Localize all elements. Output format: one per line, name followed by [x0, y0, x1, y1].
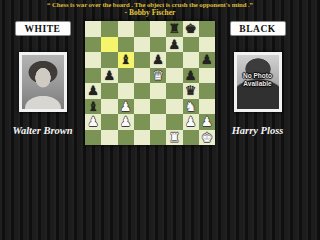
square-d2[interactable] [134, 114, 150, 130]
square-d1[interactable] [134, 130, 150, 146]
square-f2[interactable] [166, 114, 182, 130]
square-g2[interactable]: ♟ [183, 114, 199, 130]
square-a7[interactable] [85, 37, 101, 53]
white-pawn-piece: ♟ [87, 115, 99, 128]
black-pawn-piece: ♟ [185, 69, 197, 82]
square-c5[interactable] [118, 68, 134, 84]
white-pawn-piece: ♟ [201, 115, 213, 128]
square-e6[interactable]: ♟ [150, 52, 166, 68]
square-a1[interactable] [85, 130, 101, 146]
square-h8[interactable] [199, 21, 215, 37]
black-player-panel: BLACK No Photo Available Harry Ploss [215, 19, 300, 168]
square-d7[interactable] [134, 37, 150, 53]
white-pawn-piece: ♟ [185, 115, 197, 128]
white-knight-piece: ♞ [185, 100, 197, 113]
black-pawn-piece: ♟ [87, 84, 99, 97]
square-h2[interactable]: ♟ [199, 114, 215, 130]
square-h7[interactable] [199, 37, 215, 53]
square-g3[interactable]: ♞ [183, 99, 199, 115]
black-pawn-piece: ♟ [169, 38, 181, 51]
white-player-name: Walter Brown [12, 124, 74, 139]
square-a8[interactable] [85, 21, 101, 37]
square-g1[interactable] [183, 130, 199, 146]
square-b4[interactable] [101, 83, 117, 99]
square-d8[interactable] [134, 21, 150, 37]
square-c4[interactable] [118, 83, 134, 99]
white-side-label: WHITE [15, 21, 71, 36]
square-e7[interactable] [150, 37, 166, 53]
black-player-photo: No Photo Available [234, 52, 282, 112]
square-f6[interactable] [166, 52, 182, 68]
square-b1[interactable] [101, 130, 117, 146]
square-h5[interactable] [199, 68, 215, 84]
white-player-photo [19, 52, 67, 112]
square-f1[interactable]: ♜ [166, 130, 182, 146]
quote-banner: “ Chess is war over the board . The obje… [0, 0, 300, 19]
black-side-label: BLACK [230, 21, 286, 36]
square-e1[interactable] [150, 130, 166, 146]
black-pawn-piece: ♟ [104, 69, 116, 82]
square-h6[interactable]: ♟ [199, 52, 215, 68]
square-e5[interactable]: ♛ [150, 68, 166, 84]
square-e4[interactable] [150, 83, 166, 99]
square-a2[interactable]: ♟ [85, 114, 101, 130]
square-h3[interactable] [199, 99, 215, 115]
square-b2[interactable] [101, 114, 117, 130]
black-bishop-piece: ♝ [87, 100, 99, 113]
black-pawn-piece: ♟ [201, 53, 213, 66]
white-queen-piece: ♛ [152, 69, 164, 82]
white-king-piece: ♚ [201, 131, 213, 144]
square-b3[interactable] [101, 99, 117, 115]
square-a5[interactable] [85, 68, 101, 84]
square-f3[interactable] [166, 99, 182, 115]
no-photo-text: No Photo Available [237, 72, 279, 87]
white-pawn-piece: ♟ [120, 100, 132, 113]
square-g8[interactable]: ♚ [183, 21, 199, 37]
square-d6[interactable] [134, 52, 150, 68]
square-d4[interactable] [134, 83, 150, 99]
square-g6[interactable] [183, 52, 199, 68]
white-rook-piece: ♜ [169, 131, 181, 144]
square-f8[interactable]: ♜ [166, 21, 182, 37]
square-b7[interactable] [101, 37, 117, 53]
square-c7[interactable] [118, 37, 134, 53]
quote-attribution: - Bobby Fischer [0, 9, 300, 17]
black-pawn-piece: ♟ [152, 53, 164, 66]
square-b5[interactable]: ♟ [101, 68, 117, 84]
square-h4[interactable] [199, 83, 215, 99]
square-d3[interactable] [134, 99, 150, 115]
square-e8[interactable] [150, 21, 166, 37]
square-a6[interactable] [85, 52, 101, 68]
square-c1[interactable] [118, 130, 134, 146]
white-pawn-piece: ♟ [120, 115, 132, 128]
black-queen-piece: ♛ [185, 84, 197, 97]
square-f5[interactable] [166, 68, 182, 84]
square-f4[interactable] [166, 83, 182, 99]
black-bishop-piece: ♝ [120, 53, 132, 66]
square-g5[interactable]: ♟ [183, 68, 199, 84]
square-e3[interactable] [150, 99, 166, 115]
square-c8[interactable] [118, 21, 134, 37]
black-rook-piece: ♜ [169, 22, 181, 35]
white-player-panel: WHITE Walter Brown [0, 19, 85, 168]
square-b6[interactable] [101, 52, 117, 68]
square-g7[interactable] [183, 37, 199, 53]
square-c2[interactable]: ♟ [118, 114, 134, 130]
square-c6[interactable]: ♝ [118, 52, 134, 68]
square-h1[interactable]: ♚ [199, 130, 215, 146]
black-king-piece: ♚ [185, 22, 197, 35]
square-c3[interactable]: ♟ [118, 99, 134, 115]
square-g4[interactable]: ♛ [183, 83, 199, 99]
chess-board: ♜♚♟♝♟♟♟♛♟♟♛♝♟♞♟♟♟♟♜♚ [85, 21, 215, 145]
square-a4[interactable]: ♟ [85, 83, 101, 99]
square-e2[interactable] [150, 114, 166, 130]
square-f7[interactable]: ♟ [166, 37, 182, 53]
black-player-name: Harry Ploss [227, 124, 289, 139]
square-d5[interactable] [134, 68, 150, 84]
square-b8[interactable] [101, 21, 117, 37]
square-a3[interactable]: ♝ [85, 99, 101, 115]
